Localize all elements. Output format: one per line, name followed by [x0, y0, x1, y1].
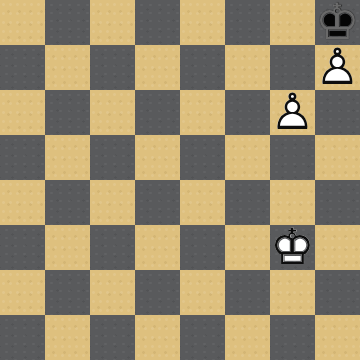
square-d6[interactable]: [135, 90, 180, 135]
square-b6[interactable]: [45, 90, 90, 135]
square-d3[interactable]: [135, 225, 180, 270]
square-f1[interactable]: [225, 315, 270, 360]
square-g8[interactable]: [270, 0, 315, 45]
piece-white-pawn-h7[interactable]: ♟♙: [315, 45, 360, 90]
square-a1[interactable]: [0, 315, 45, 360]
piece-white-king-g3[interactable]: ♚♔: [270, 225, 315, 270]
square-c7[interactable]: [90, 45, 135, 90]
square-h7[interactable]: ♟♙: [315, 45, 360, 90]
square-h3[interactable]: [315, 225, 360, 270]
square-e6[interactable]: [180, 90, 225, 135]
chess-board-wrapper: ♚♔♟♙♟♙♚♔: [0, 0, 360, 360]
square-f4[interactable]: [225, 180, 270, 225]
square-e2[interactable]: [180, 270, 225, 315]
square-b5[interactable]: [45, 135, 90, 180]
square-c8[interactable]: [90, 0, 135, 45]
square-a3[interactable]: [0, 225, 45, 270]
square-a2[interactable]: [0, 270, 45, 315]
square-b3[interactable]: [45, 225, 90, 270]
square-c4[interactable]: [90, 180, 135, 225]
piece-white-pawn-g6[interactable]: ♟♙: [270, 90, 315, 135]
square-e5[interactable]: [180, 135, 225, 180]
square-h6[interactable]: [315, 90, 360, 135]
square-f3[interactable]: [225, 225, 270, 270]
square-g5[interactable]: [270, 135, 315, 180]
square-b8[interactable]: [45, 0, 90, 45]
white-pawn-outline-glyph: ♙: [315, 45, 360, 90]
square-a6[interactable]: [0, 90, 45, 135]
square-c3[interactable]: [90, 225, 135, 270]
square-g3[interactable]: ♚♔: [270, 225, 315, 270]
square-h2[interactable]: [315, 270, 360, 315]
square-c5[interactable]: [90, 135, 135, 180]
square-f2[interactable]: [225, 270, 270, 315]
square-g6[interactable]: ♟♙: [270, 90, 315, 135]
square-e1[interactable]: [180, 315, 225, 360]
square-c1[interactable]: [90, 315, 135, 360]
square-b1[interactable]: [45, 315, 90, 360]
square-b7[interactable]: [45, 45, 90, 90]
square-a7[interactable]: [0, 45, 45, 90]
square-b2[interactable]: [45, 270, 90, 315]
white-king-outline-glyph: ♔: [270, 225, 315, 270]
square-d1[interactable]: [135, 315, 180, 360]
square-e7[interactable]: [180, 45, 225, 90]
square-a5[interactable]: [0, 135, 45, 180]
square-f8[interactable]: [225, 0, 270, 45]
square-g2[interactable]: [270, 270, 315, 315]
square-e3[interactable]: [180, 225, 225, 270]
square-b4[interactable]: [45, 180, 90, 225]
square-f7[interactable]: [225, 45, 270, 90]
square-e4[interactable]: [180, 180, 225, 225]
square-a8[interactable]: [0, 0, 45, 45]
square-c2[interactable]: [90, 270, 135, 315]
white-pawn-outline-glyph: ♙: [270, 90, 315, 135]
square-g1[interactable]: [270, 315, 315, 360]
square-h5[interactable]: [315, 135, 360, 180]
square-d4[interactable]: [135, 180, 180, 225]
square-d7[interactable]: [135, 45, 180, 90]
square-h4[interactable]: [315, 180, 360, 225]
square-f5[interactable]: [225, 135, 270, 180]
square-c6[interactable]: [90, 90, 135, 135]
square-d8[interactable]: [135, 0, 180, 45]
square-f6[interactable]: [225, 90, 270, 135]
square-h1[interactable]: [315, 315, 360, 360]
square-d5[interactable]: [135, 135, 180, 180]
square-a4[interactable]: [0, 180, 45, 225]
chess-board: ♚♔♟♙♟♙♚♔: [0, 0, 360, 360]
square-e8[interactable]: [180, 0, 225, 45]
square-d2[interactable]: [135, 270, 180, 315]
